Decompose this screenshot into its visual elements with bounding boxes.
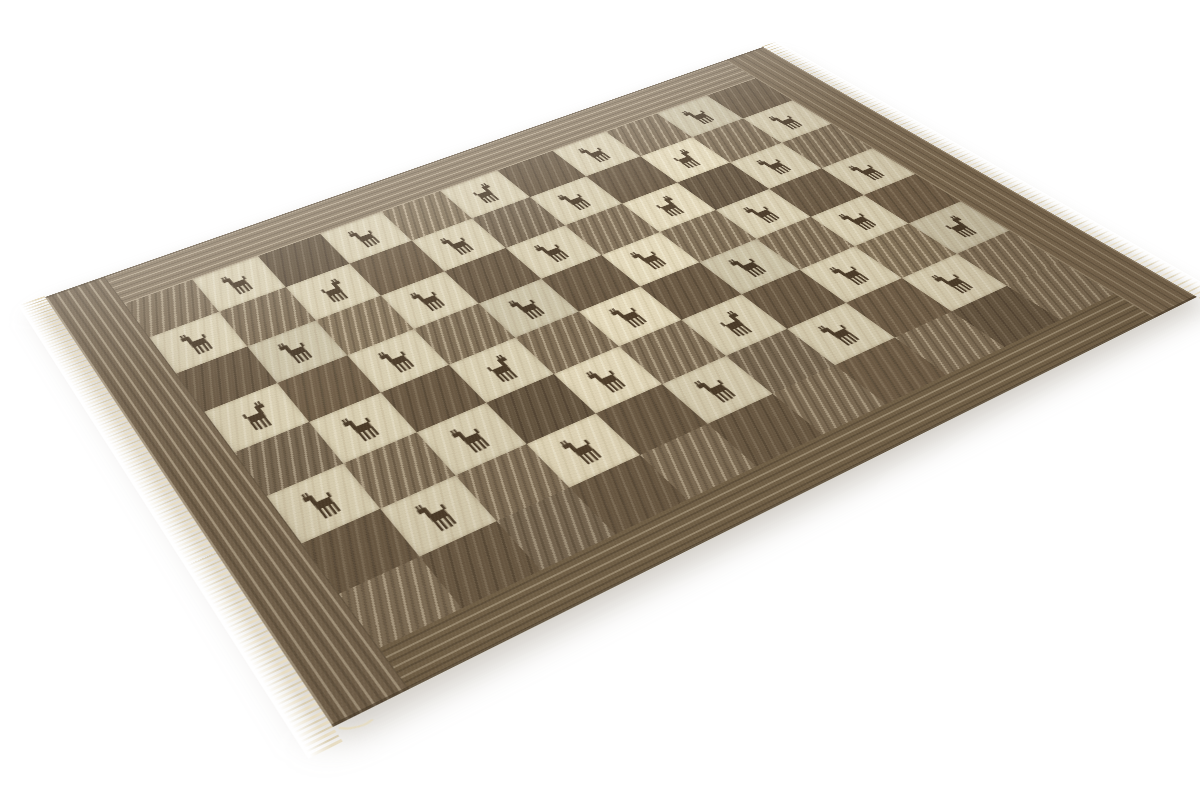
goat-motif-icon — [407, 284, 452, 314]
goat-motif-icon — [312, 277, 355, 306]
goat-motif-icon — [814, 317, 866, 349]
goat-motif-icon — [346, 224, 387, 251]
goat-motif-icon — [554, 188, 597, 213]
goat-motif-icon — [836, 207, 884, 234]
goat-motif-icon — [627, 245, 673, 273]
goat-motif-icon — [575, 142, 616, 165]
goat-motif-icon — [826, 259, 876, 288]
goat-motif-icon — [233, 399, 279, 435]
rug-photo — [0, 0, 1200, 800]
rug — [45, 47, 1197, 727]
goat-motif-icon — [928, 267, 980, 297]
goat-motif-icon — [646, 194, 690, 220]
goat-motif-icon — [606, 300, 654, 331]
goat-motif-icon — [375, 344, 421, 377]
goat-motif-icon — [691, 371, 744, 406]
goat-motif-icon — [411, 494, 464, 536]
goat-motif-icon — [464, 182, 505, 207]
goat-motif-icon — [934, 214, 983, 241]
goat-motif-icon — [477, 353, 525, 387]
goat-motif-icon — [680, 105, 721, 127]
goat-motif-icon — [725, 252, 773, 281]
goat-motif-icon — [274, 335, 319, 368]
goat-motif-icon — [664, 148, 707, 171]
goat-motif-icon — [446, 419, 497, 457]
goat-motif-icon — [845, 159, 891, 183]
goat-motif-icon — [753, 153, 797, 177]
goat-motif-icon — [177, 326, 220, 358]
goat-motif-icon — [218, 269, 259, 298]
goat-motif-icon — [338, 409, 387, 446]
goat-motif-icon — [583, 362, 634, 397]
goat-motif-icon — [557, 430, 610, 469]
goat-motif-icon — [298, 482, 349, 523]
goat-motif-icon — [531, 238, 576, 266]
goat-motif-icon — [709, 309, 759, 341]
goat-motif-icon — [766, 110, 808, 132]
goat-motif-icon — [505, 292, 551, 323]
goat-motif-icon — [740, 200, 786, 226]
goat-motif-icon — [437, 231, 480, 258]
